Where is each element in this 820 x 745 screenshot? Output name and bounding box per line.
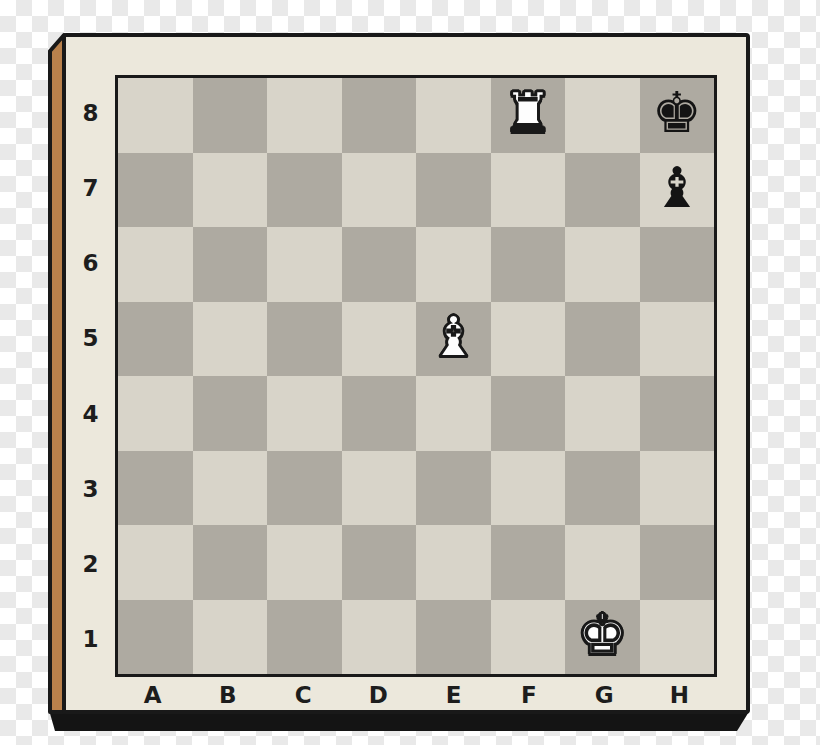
file-label-c: C [266, 677, 341, 713]
square-a5 [118, 302, 193, 377]
square-h3 [640, 451, 715, 526]
square-b7 [193, 153, 268, 228]
file-labels: ABCDEFGH [115, 677, 717, 713]
white-rook-piece: ♜ [503, 85, 553, 141]
square-d5 [342, 302, 417, 377]
square-a2 [118, 525, 193, 600]
square-b1 [193, 600, 268, 675]
square-e8 [416, 78, 491, 153]
square-b2 [193, 525, 268, 600]
square-f4 [491, 376, 566, 451]
square-a1 [118, 600, 193, 675]
square-f7 [491, 153, 566, 228]
square-h6 [640, 227, 715, 302]
rank-label-5: 5 [66, 301, 115, 376]
board-grid: ♜♚♝♝♚ [115, 75, 717, 677]
square-g1: ♚ [565, 600, 640, 675]
black-king-piece: ♚ [652, 85, 702, 141]
square-f1 [491, 600, 566, 675]
rank-label-6: 6 [66, 226, 115, 301]
square-g8 [565, 78, 640, 153]
square-d8 [342, 78, 417, 153]
square-g3 [565, 451, 640, 526]
rank-label-4: 4 [66, 376, 115, 451]
square-c7 [267, 153, 342, 228]
chess-board: 87654321 ♜♚♝♝♚ ABCDEFGH [62, 33, 750, 714]
square-g5 [565, 302, 640, 377]
square-d2 [342, 525, 417, 600]
square-d1 [342, 600, 417, 675]
square-c1 [267, 600, 342, 675]
square-c5 [267, 302, 342, 377]
square-f3 [491, 451, 566, 526]
file-label-d: D [341, 677, 416, 713]
square-c4 [267, 376, 342, 451]
square-c8 [267, 78, 342, 153]
white-king-piece: ♚ [577, 607, 627, 663]
square-e6 [416, 227, 491, 302]
square-c2 [267, 525, 342, 600]
square-b5 [193, 302, 268, 377]
square-h8: ♚ [640, 78, 715, 153]
square-e7 [416, 153, 491, 228]
square-d4 [342, 376, 417, 451]
square-d3 [342, 451, 417, 526]
square-c3 [267, 451, 342, 526]
square-a6 [118, 227, 193, 302]
square-d7 [342, 153, 417, 228]
file-label-h: H [642, 677, 717, 713]
square-a8 [118, 78, 193, 153]
rank-label-1: 1 [66, 602, 115, 677]
square-h5 [640, 302, 715, 377]
square-b8 [193, 78, 268, 153]
square-b6 [193, 227, 268, 302]
square-e5: ♝ [416, 302, 491, 377]
square-e3 [416, 451, 491, 526]
square-c6 [267, 227, 342, 302]
square-h4 [640, 376, 715, 451]
square-b4 [193, 376, 268, 451]
square-h2 [640, 525, 715, 600]
square-f5 [491, 302, 566, 377]
square-f2 [491, 525, 566, 600]
square-g2 [565, 525, 640, 600]
black-bishop-piece: ♝ [652, 160, 702, 216]
rank-label-8: 8 [66, 75, 115, 150]
square-e4 [416, 376, 491, 451]
white-bishop-piece: ♝ [428, 309, 478, 365]
transparency-background: 87654321 ♜♚♝♝♚ ABCDEFGH [0, 0, 820, 745]
file-label-g: G [567, 677, 642, 713]
rank-labels: 87654321 [66, 75, 115, 677]
rank-label-7: 7 [66, 150, 115, 225]
file-label-e: E [416, 677, 491, 713]
rank-label-3: 3 [66, 451, 115, 526]
square-a3 [118, 451, 193, 526]
square-a7 [118, 153, 193, 228]
square-a4 [118, 376, 193, 451]
file-label-a: A [115, 677, 190, 713]
square-g4 [565, 376, 640, 451]
square-g6 [565, 227, 640, 302]
file-label-f: F [491, 677, 566, 713]
rank-label-2: 2 [66, 527, 115, 602]
square-d6 [342, 227, 417, 302]
square-f6 [491, 227, 566, 302]
square-f8: ♜ [491, 78, 566, 153]
square-e2 [416, 525, 491, 600]
square-h7: ♝ [640, 153, 715, 228]
square-b3 [193, 451, 268, 526]
square-g7 [565, 153, 640, 228]
square-e1 [416, 600, 491, 675]
square-h1 [640, 600, 715, 675]
file-label-b: B [190, 677, 265, 713]
